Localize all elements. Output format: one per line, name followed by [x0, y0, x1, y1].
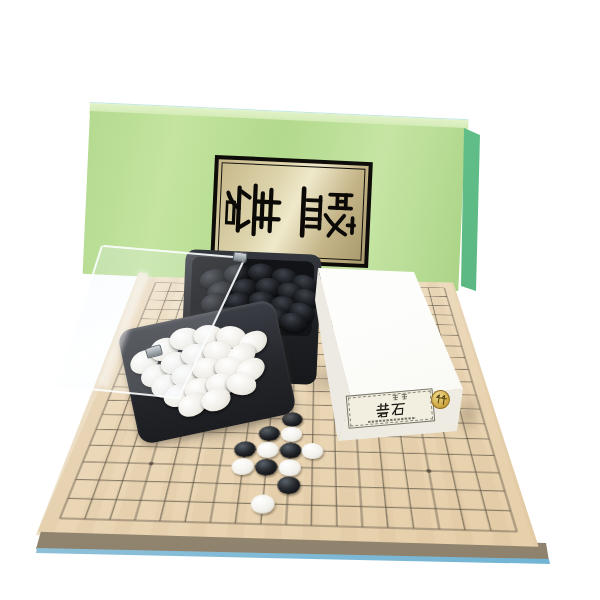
go-set-product-photo: 碁盤	[0, 0, 600, 600]
bamboo-character-icon	[434, 392, 448, 407]
calligraphy-board-character-icon	[296, 180, 359, 247]
star-point	[148, 462, 154, 466]
goban-label-text: 碁盤	[291, 211, 292, 212]
white-stone	[277, 459, 300, 477]
calligraphy-go-character-icon	[224, 177, 287, 244]
black-stone	[279, 442, 302, 459]
white-stone	[301, 443, 323, 460]
black-stone	[254, 458, 278, 475]
star-point	[426, 469, 431, 473]
goban-label-field: 碁盤	[214, 159, 368, 264]
lid-clasp-icon	[232, 251, 247, 263]
